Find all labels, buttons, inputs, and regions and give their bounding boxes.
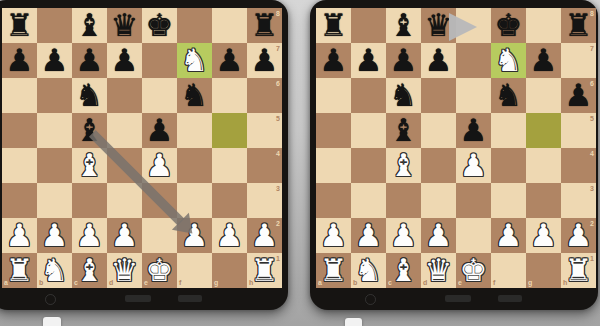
coord-file-b: b bbox=[353, 279, 357, 286]
piece-white-knight[interactable]: ♞ bbox=[491, 43, 526, 78]
coord-rank-5: 5 bbox=[590, 115, 594, 122]
piece-white-knight[interactable]: ♞ bbox=[177, 43, 212, 78]
square-c6[interactable]: ♞ bbox=[386, 78, 421, 113]
square-a6[interactable] bbox=[316, 78, 351, 113]
square-d2[interactable]: ♟ bbox=[421, 218, 456, 253]
piece-black-knight[interactable]: ♞ bbox=[72, 78, 107, 113]
coord-rank-4: 4 bbox=[276, 150, 280, 157]
piece-black-pawn[interactable]: ♟ bbox=[421, 43, 456, 78]
square-e6[interactable] bbox=[142, 78, 177, 113]
coord-rank-8: 8 bbox=[590, 10, 594, 17]
square-d8[interactable]: ♛ bbox=[107, 8, 142, 43]
coord-file-b: b bbox=[39, 279, 43, 286]
coord-file-g: g bbox=[528, 279, 532, 286]
square-a5[interactable] bbox=[316, 113, 351, 148]
piece-white-pawn[interactable]: ♟ bbox=[212, 218, 247, 253]
square-h3[interactable]: 3 bbox=[561, 183, 596, 218]
gallery-background: ♜♝♛♚♜8♟♟♟♟♞♟♟7♞♞6♝♟5♝♟43♟♟♟♟♟♟♟2♜a♞b♝c♛d… bbox=[0, 0, 600, 326]
coord-file-a: a bbox=[4, 279, 8, 286]
square-g7[interactable]: ♟ bbox=[526, 43, 561, 78]
coord-file-d: d bbox=[423, 279, 427, 286]
piece-white-pawn[interactable]: ♟ bbox=[177, 218, 212, 253]
square-g5[interactable] bbox=[526, 113, 561, 148]
piece-black-bishop[interactable]: ♝ bbox=[72, 113, 107, 148]
square-f2[interactable]: ♟ bbox=[491, 218, 526, 253]
square-c1[interactable]: ♝c bbox=[386, 253, 421, 288]
piece-white-pawn[interactable]: ♟ bbox=[526, 218, 561, 253]
square-d5[interactable] bbox=[421, 113, 456, 148]
piece-black-bishop[interactable]: ♝ bbox=[386, 8, 421, 43]
coord-rank-2: 2 bbox=[276, 220, 280, 227]
coord-rank-8: 8 bbox=[276, 10, 280, 17]
square-e4[interactable]: ♟ bbox=[456, 148, 491, 183]
square-b3[interactable] bbox=[37, 183, 72, 218]
square-h5[interactable]: 5 bbox=[561, 113, 596, 148]
square-b6[interactable] bbox=[351, 78, 386, 113]
coord-file-h: h bbox=[563, 279, 567, 286]
coord-rank-2: 2 bbox=[590, 220, 594, 227]
faint-player-text bbox=[498, 295, 522, 302]
square-d2[interactable]: ♟ bbox=[107, 218, 142, 253]
piece-black-bishop[interactable]: ♝ bbox=[72, 8, 107, 43]
piece-white-bishop[interactable]: ♝ bbox=[386, 148, 421, 183]
square-e2[interactable] bbox=[456, 218, 491, 253]
square-g7[interactable]: ♟ bbox=[212, 43, 247, 78]
coord-file-e: e bbox=[458, 279, 462, 286]
square-c6[interactable]: ♞ bbox=[72, 78, 107, 113]
square-c3[interactable] bbox=[72, 183, 107, 218]
square-a8[interactable]: ♜ bbox=[2, 8, 37, 43]
square-e6[interactable] bbox=[456, 78, 491, 113]
piece-black-pawn[interactable]: ♟ bbox=[526, 43, 561, 78]
square-g1[interactable]: g bbox=[526, 253, 561, 288]
piece-black-pawn[interactable]: ♟ bbox=[107, 43, 142, 78]
square-d4[interactable] bbox=[107, 148, 142, 183]
square-d6[interactable] bbox=[107, 78, 142, 113]
square-f5[interactable] bbox=[491, 113, 526, 148]
square-f1[interactable]: f bbox=[491, 253, 526, 288]
partial-thumbnail bbox=[345, 318, 362, 326]
square-g8[interactable] bbox=[526, 8, 561, 43]
piece-white-pawn[interactable]: ♟ bbox=[72, 218, 107, 253]
square-g3[interactable] bbox=[526, 183, 561, 218]
piece-white-pawn[interactable]: ♟ bbox=[2, 218, 37, 253]
square-b1[interactable]: ♞b bbox=[351, 253, 386, 288]
piece-white-pawn[interactable]: ♟ bbox=[491, 218, 526, 253]
faint-player-text bbox=[178, 295, 202, 302]
square-g5[interactable] bbox=[212, 113, 247, 148]
piece-black-knight[interactable]: ♞ bbox=[177, 78, 212, 113]
coord-rank-1: 1 bbox=[276, 255, 280, 262]
square-f4[interactable] bbox=[177, 148, 212, 183]
square-a6[interactable] bbox=[2, 78, 37, 113]
coord-file-h: h bbox=[249, 279, 253, 286]
square-c5[interactable]: ♝ bbox=[72, 113, 107, 148]
square-c7[interactable]: ♟ bbox=[386, 43, 421, 78]
piece-white-bishop[interactable]: ♝ bbox=[72, 148, 107, 183]
square-d4[interactable] bbox=[421, 148, 456, 183]
square-g1[interactable]: g bbox=[212, 253, 247, 288]
coord-rank-6: 6 bbox=[590, 80, 594, 87]
square-h8[interactable]: ♜8 bbox=[247, 8, 282, 43]
square-d1[interactable]: ♛d bbox=[421, 253, 456, 288]
screenshot-card-left[interactable]: ♜♝♛♚♜8♟♟♟♟♞♟♟7♞♞6♝♟5♝♟43♟♟♟♟♟♟♟2♜a♞b♝c♛d… bbox=[0, 0, 288, 310]
square-f7[interactable]: ♞ bbox=[177, 43, 212, 78]
piece-black-queen[interactable]: ♛ bbox=[107, 8, 142, 43]
faint-player-text bbox=[445, 295, 471, 302]
square-b8[interactable] bbox=[351, 8, 386, 43]
faint-player-text bbox=[125, 295, 151, 302]
square-h3[interactable]: 3 bbox=[247, 183, 282, 218]
square-c4[interactable]: ♝ bbox=[386, 148, 421, 183]
square-b6[interactable] bbox=[37, 78, 72, 113]
square-d1[interactable]: ♛d bbox=[107, 253, 142, 288]
square-b8[interactable] bbox=[37, 8, 72, 43]
square-d3[interactable] bbox=[421, 183, 456, 218]
square-b5[interactable] bbox=[37, 113, 72, 148]
square-e3[interactable] bbox=[456, 183, 491, 218]
coord-rank-6: 6 bbox=[276, 80, 280, 87]
coord-file-d: d bbox=[109, 279, 113, 286]
coord-rank-7: 7 bbox=[590, 45, 594, 52]
square-e5[interactable]: ♟ bbox=[142, 113, 177, 148]
square-e1[interactable]: ♚e bbox=[456, 253, 491, 288]
square-h4[interactable]: 4 bbox=[247, 148, 282, 183]
piece-black-king[interactable]: ♚ bbox=[491, 8, 526, 43]
piece-white-pawn[interactable]: ♟ bbox=[37, 218, 72, 253]
coord-file-g: g bbox=[214, 279, 218, 286]
square-a7[interactable]: ♟ bbox=[2, 43, 37, 78]
square-h7[interactable]: 7 bbox=[561, 43, 596, 78]
piece-white-pawn[interactable]: ♟ bbox=[142, 148, 177, 183]
square-f3[interactable] bbox=[177, 183, 212, 218]
square-h6[interactable]: 6 bbox=[247, 78, 282, 113]
square-b4[interactable] bbox=[37, 148, 72, 183]
square-f7[interactable]: ♞ bbox=[491, 43, 526, 78]
square-c2[interactable]: ♟ bbox=[72, 218, 107, 253]
card-footer-right bbox=[310, 288, 598, 310]
square-d7[interactable]: ♟ bbox=[107, 43, 142, 78]
square-f4[interactable] bbox=[491, 148, 526, 183]
partial-thumbnail bbox=[43, 317, 61, 326]
piece-black-pawn[interactable]: ♟ bbox=[212, 43, 247, 78]
square-a5[interactable] bbox=[2, 113, 37, 148]
piece-black-rook[interactable]: ♜ bbox=[2, 8, 37, 43]
square-c2[interactable]: ♟ bbox=[386, 218, 421, 253]
square-g6[interactable] bbox=[526, 78, 561, 113]
faint-avatar-icon bbox=[365, 294, 376, 305]
chess-board-right: ♜♝♛♚♜8♟♟♟♟♞♟7♞♞♟6♝♟5♝♟43♟♟♟♟♟♟♟2♜a♞b♝c♛d… bbox=[316, 8, 596, 288]
square-h2[interactable]: ♟2 bbox=[247, 218, 282, 253]
coord-rank-4: 4 bbox=[590, 150, 594, 157]
square-a3[interactable] bbox=[316, 183, 351, 218]
square-d5[interactable] bbox=[107, 113, 142, 148]
square-h1[interactable]: ♜1h bbox=[247, 253, 282, 288]
faint-avatar-icon bbox=[45, 294, 56, 305]
square-e8[interactable]: ♚ bbox=[142, 8, 177, 43]
piece-white-pawn[interactable]: ♟ bbox=[456, 148, 491, 183]
square-g2[interactable]: ♟ bbox=[526, 218, 561, 253]
play-button-icon[interactable] bbox=[449, 13, 478, 41]
piece-black-rook[interactable]: ♜ bbox=[316, 8, 351, 43]
square-b7[interactable]: ♟ bbox=[37, 43, 72, 78]
square-h8[interactable]: ♜8 bbox=[561, 8, 596, 43]
square-e3[interactable] bbox=[142, 183, 177, 218]
chess-board-left: ♜♝♛♚♜8♟♟♟♟♞♟♟7♞♞6♝♟5♝♟43♟♟♟♟♟♟♟2♜a♞b♝c♛d… bbox=[2, 8, 282, 288]
square-g2[interactable]: ♟ bbox=[212, 218, 247, 253]
square-f1[interactable]: f bbox=[177, 253, 212, 288]
square-f8[interactable]: ♚ bbox=[491, 8, 526, 43]
square-b5[interactable] bbox=[351, 113, 386, 148]
square-g8[interactable] bbox=[212, 8, 247, 43]
square-b2[interactable]: ♟ bbox=[37, 218, 72, 253]
square-a7[interactable]: ♟ bbox=[316, 43, 351, 78]
square-b4[interactable] bbox=[351, 148, 386, 183]
square-h2[interactable]: ♟2 bbox=[561, 218, 596, 253]
square-a3[interactable] bbox=[2, 183, 37, 218]
piece-black-pawn[interactable]: ♟ bbox=[351, 43, 386, 78]
square-h1[interactable]: ♜1h bbox=[561, 253, 596, 288]
piece-black-knight[interactable]: ♞ bbox=[491, 78, 526, 113]
square-f3[interactable] bbox=[491, 183, 526, 218]
square-a1[interactable]: ♜a bbox=[316, 253, 351, 288]
square-e1[interactable]: ♚e bbox=[142, 253, 177, 288]
piece-black-king[interactable]: ♚ bbox=[142, 8, 177, 43]
square-b7[interactable]: ♟ bbox=[351, 43, 386, 78]
piece-black-pawn[interactable]: ♟ bbox=[386, 43, 421, 78]
square-h7[interactable]: ♟7 bbox=[247, 43, 282, 78]
square-h4[interactable]: 4 bbox=[561, 148, 596, 183]
piece-white-pawn[interactable]: ♟ bbox=[421, 218, 456, 253]
square-c7[interactable]: ♟ bbox=[72, 43, 107, 78]
square-e2[interactable] bbox=[142, 218, 177, 253]
square-c8[interactable]: ♝ bbox=[72, 8, 107, 43]
square-f6[interactable]: ♞ bbox=[177, 78, 212, 113]
square-h5[interactable]: 5 bbox=[247, 113, 282, 148]
square-b3[interactable] bbox=[351, 183, 386, 218]
square-c4[interactable]: ♝ bbox=[72, 148, 107, 183]
square-a2[interactable]: ♟ bbox=[2, 218, 37, 253]
square-a8[interactable]: ♜ bbox=[316, 8, 351, 43]
square-b1[interactable]: ♞b bbox=[37, 253, 72, 288]
square-g6[interactable] bbox=[212, 78, 247, 113]
square-f5[interactable] bbox=[177, 113, 212, 148]
coord-file-e: e bbox=[144, 279, 148, 286]
square-a4[interactable] bbox=[2, 148, 37, 183]
square-g4[interactable] bbox=[212, 148, 247, 183]
square-e4[interactable]: ♟ bbox=[142, 148, 177, 183]
square-c5[interactable]: ♝ bbox=[386, 113, 421, 148]
square-a1[interactable]: ♜a bbox=[2, 253, 37, 288]
piece-black-pawn[interactable]: ♟ bbox=[37, 43, 72, 78]
piece-black-knight[interactable]: ♞ bbox=[386, 78, 421, 113]
piece-white-pawn[interactable]: ♟ bbox=[107, 218, 142, 253]
square-e7[interactable] bbox=[456, 43, 491, 78]
coord-rank-3: 3 bbox=[276, 185, 280, 192]
piece-black-bishop[interactable]: ♝ bbox=[386, 113, 421, 148]
square-e5[interactable]: ♟ bbox=[456, 113, 491, 148]
piece-white-pawn[interactable]: ♟ bbox=[351, 218, 386, 253]
square-e7[interactable] bbox=[142, 43, 177, 78]
coord-file-c: c bbox=[74, 279, 78, 286]
screenshot-card-right[interactable]: ♜♝♛♚♜8♟♟♟♟♞♟7♞♞♟6♝♟5♝♟43♟♟♟♟♟♟♟2♜a♞b♝c♛d… bbox=[310, 0, 598, 310]
card-footer-left bbox=[0, 288, 288, 310]
square-d6[interactable] bbox=[421, 78, 456, 113]
coord-file-f: f bbox=[493, 279, 495, 286]
square-c8[interactable]: ♝ bbox=[386, 8, 421, 43]
coord-rank-1: 1 bbox=[590, 255, 594, 262]
piece-black-pawn[interactable]: ♟ bbox=[2, 43, 37, 78]
coord-file-c: c bbox=[388, 279, 392, 286]
coord-rank-5: 5 bbox=[276, 115, 280, 122]
square-h6[interactable]: ♟6 bbox=[561, 78, 596, 113]
square-f2[interactable]: ♟ bbox=[177, 218, 212, 253]
square-d3[interactable] bbox=[107, 183, 142, 218]
piece-white-pawn[interactable]: ♟ bbox=[316, 218, 351, 253]
piece-black-pawn[interactable]: ♟ bbox=[316, 43, 351, 78]
square-b2[interactable]: ♟ bbox=[351, 218, 386, 253]
piece-white-pawn[interactable]: ♟ bbox=[386, 218, 421, 253]
square-c1[interactable]: ♝c bbox=[72, 253, 107, 288]
piece-black-pawn[interactable]: ♟ bbox=[456, 113, 491, 148]
square-f6[interactable]: ♞ bbox=[491, 78, 526, 113]
coord-file-a: a bbox=[318, 279, 322, 286]
square-g4[interactable] bbox=[526, 148, 561, 183]
coord-rank-3: 3 bbox=[590, 185, 594, 192]
square-a4[interactable] bbox=[316, 148, 351, 183]
piece-black-pawn[interactable]: ♟ bbox=[142, 113, 177, 148]
square-a2[interactable]: ♟ bbox=[316, 218, 351, 253]
coord-rank-7: 7 bbox=[276, 45, 280, 52]
square-c3[interactable] bbox=[386, 183, 421, 218]
piece-black-pawn[interactable]: ♟ bbox=[72, 43, 107, 78]
coord-file-f: f bbox=[179, 279, 181, 286]
square-d7[interactable]: ♟ bbox=[421, 43, 456, 78]
square-g3[interactable] bbox=[212, 183, 247, 218]
square-f8[interactable] bbox=[177, 8, 212, 43]
